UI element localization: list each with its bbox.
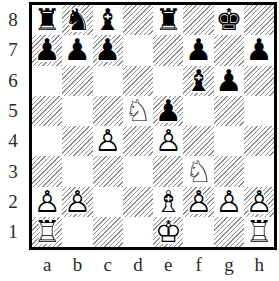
- square-b4[interactable]: [62, 126, 92, 156]
- square-d7[interactable]: [123, 35, 153, 65]
- rank-label-2: 2: [2, 187, 24, 217]
- square-f3[interactable]: ♞♘: [183, 156, 213, 186]
- white-rook-fill: ♜: [32, 217, 62, 247]
- piece-black-knight: ♞: [62, 5, 92, 35]
- white-pawn-fill: ♟: [153, 126, 183, 156]
- square-d4[interactable]: [123, 126, 153, 156]
- square-e7[interactable]: [153, 35, 183, 65]
- square-c8[interactable]: ♝: [93, 5, 123, 35]
- rank-label-3: 3: [2, 156, 24, 186]
- piece-white-pawn: ♙: [183, 187, 213, 217]
- file-label-f: f: [183, 252, 213, 278]
- rank-label-8: 8: [2, 5, 24, 35]
- white-pawn-fill: ♟: [214, 187, 244, 217]
- piece-black-bishop: ♝: [93, 5, 123, 35]
- piece-black-king: ♚: [214, 5, 244, 35]
- piece-black-rook: ♜: [153, 5, 183, 35]
- piece-white-bishop: ♗: [153, 187, 183, 217]
- rank-label-1: 1: [2, 217, 24, 247]
- square-a3[interactable]: [32, 156, 62, 186]
- square-f6[interactable]: ♝: [183, 66, 213, 96]
- square-e8[interactable]: ♜: [153, 5, 183, 35]
- square-f5[interactable]: [183, 96, 213, 126]
- piece-white-rook: ♖: [32, 217, 62, 247]
- square-c6[interactable]: [93, 66, 123, 96]
- square-b1[interactable]: [62, 217, 92, 247]
- square-f2[interactable]: ♟♙: [183, 187, 213, 217]
- square-d2[interactable]: [123, 187, 153, 217]
- square-b2[interactable]: ♟♙: [62, 187, 92, 217]
- file-label-g: g: [214, 252, 244, 278]
- square-b6[interactable]: [62, 66, 92, 96]
- square-d6[interactable]: [123, 66, 153, 96]
- square-h8[interactable]: [244, 5, 274, 35]
- square-g8[interactable]: ♚: [214, 5, 244, 35]
- square-b7[interactable]: ♟: [62, 35, 92, 65]
- file-label-c: c: [93, 252, 123, 278]
- piece-white-pawn: ♙: [62, 187, 92, 217]
- piece-white-king: ♔: [153, 217, 183, 247]
- piece-black-pawn: ♟: [32, 35, 62, 65]
- piece-white-knight: ♘: [183, 156, 213, 186]
- square-e4[interactable]: ♟♙: [153, 126, 183, 156]
- square-h1[interactable]: ♜♖: [244, 217, 274, 247]
- square-h6[interactable]: [244, 66, 274, 96]
- square-c4[interactable]: ♟♙: [93, 126, 123, 156]
- white-knight-fill: ♞: [183, 156, 213, 186]
- piece-black-pawn: ♟: [183, 35, 213, 65]
- piece-white-pawn: ♙: [93, 126, 123, 156]
- piece-white-knight: ♘: [123, 96, 153, 126]
- piece-white-pawn: ♙: [32, 187, 62, 217]
- white-king-fill: ♚: [153, 217, 183, 247]
- square-g3[interactable]: [214, 156, 244, 186]
- square-c2[interactable]: [93, 187, 123, 217]
- square-g5[interactable]: [214, 96, 244, 126]
- square-a7[interactable]: ♟: [32, 35, 62, 65]
- square-a4[interactable]: [32, 126, 62, 156]
- square-g1[interactable]: [214, 217, 244, 247]
- square-c7[interactable]: ♟: [93, 35, 123, 65]
- square-f1[interactable]: [183, 217, 213, 247]
- square-d1[interactable]: [123, 217, 153, 247]
- piece-white-pawn: ♙: [214, 187, 244, 217]
- square-f7[interactable]: ♟: [183, 35, 213, 65]
- square-a2[interactable]: ♟♙: [32, 187, 62, 217]
- square-d3[interactable]: [123, 156, 153, 186]
- square-e3[interactable]: [153, 156, 183, 186]
- square-c3[interactable]: [93, 156, 123, 186]
- square-f8[interactable]: [183, 5, 213, 35]
- white-knight-fill: ♞: [123, 96, 153, 126]
- square-b8[interactable]: ♞: [62, 5, 92, 35]
- square-e2[interactable]: ♝♗: [153, 187, 183, 217]
- square-a5[interactable]: [32, 96, 62, 126]
- square-g6[interactable]: ♟: [214, 66, 244, 96]
- file-label-e: e: [153, 252, 183, 278]
- chess-board: ♜♞♝♜♚♟♟♟♟♟♝♟♞♘♟♟♙♟♙♞♘♟♙♟♙♝♗♟♙♟♙♟♙♜♖♚♔♜♖: [29, 2, 277, 250]
- piece-black-pawn: ♟: [214, 66, 244, 96]
- piece-white-rook: ♖: [244, 217, 274, 247]
- square-h7[interactable]: ♟: [244, 35, 274, 65]
- white-pawn-fill: ♟: [62, 187, 92, 217]
- white-bishop-fill: ♝: [153, 187, 183, 217]
- white-pawn-fill: ♟: [93, 126, 123, 156]
- piece-white-pawn: ♙: [244, 187, 274, 217]
- square-h4[interactable]: [244, 126, 274, 156]
- square-e5[interactable]: ♟: [153, 96, 183, 126]
- file-labels: abcdefgh: [32, 252, 274, 278]
- piece-black-bishop: ♝: [183, 66, 213, 96]
- white-pawn-fill: ♟: [32, 187, 62, 217]
- piece-black-pawn: ♟: [153, 96, 183, 126]
- piece-black-pawn: ♟: [62, 35, 92, 65]
- piece-black-rook: ♜: [32, 5, 62, 35]
- square-g4[interactable]: [214, 126, 244, 156]
- square-g2[interactable]: ♟♙: [214, 187, 244, 217]
- square-b3[interactable]: [62, 156, 92, 186]
- square-h5[interactable]: [244, 96, 274, 126]
- white-pawn-fill: ♟: [183, 187, 213, 217]
- square-c1[interactable]: [93, 217, 123, 247]
- rank-label-7: 7: [2, 35, 24, 65]
- piece-black-pawn: ♟: [93, 35, 123, 65]
- rank-label-6: 6: [2, 66, 24, 96]
- square-e6[interactable]: [153, 66, 183, 96]
- square-g7[interactable]: [214, 35, 244, 65]
- square-e1[interactable]: ♚♔: [153, 217, 183, 247]
- white-pawn-fill: ♟: [244, 187, 274, 217]
- rank-labels: 87654321: [2, 5, 24, 247]
- square-a8[interactable]: ♜: [32, 5, 62, 35]
- square-f4[interactable]: [183, 126, 213, 156]
- piece-white-pawn: ♙: [153, 126, 183, 156]
- square-d8[interactable]: [123, 5, 153, 35]
- rank-label-4: 4: [2, 126, 24, 156]
- square-h3[interactable]: [244, 156, 274, 186]
- file-label-a: a: [32, 252, 62, 278]
- square-a1[interactable]: ♜♖: [32, 217, 62, 247]
- square-a6[interactable]: [32, 66, 62, 96]
- rank-label-5: 5: [2, 96, 24, 126]
- file-label-d: d: [123, 252, 153, 278]
- square-c5[interactable]: [93, 96, 123, 126]
- chess-diagram: 87654321 ♜♞♝♜♚♟♟♟♟♟♝♟♞♘♟♟♙♟♙♞♘♟♙♟♙♝♗♟♙♟♙…: [0, 0, 279, 281]
- file-label-b: b: [62, 252, 92, 278]
- square-h2[interactable]: ♟♙: [244, 187, 274, 217]
- square-b5[interactable]: [62, 96, 92, 126]
- square-d5[interactable]: ♞♘: [123, 96, 153, 126]
- piece-black-pawn: ♟: [244, 35, 274, 65]
- white-rook-fill: ♜: [244, 217, 274, 247]
- file-label-h: h: [244, 252, 274, 278]
